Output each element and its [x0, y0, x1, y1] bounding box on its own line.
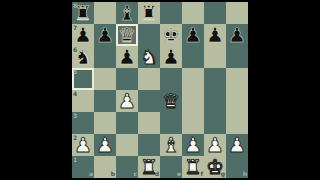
square-a6[interactable]: ♞6 — [72, 46, 94, 68]
square-g4[interactable] — [204, 90, 226, 112]
square-f3[interactable] — [182, 112, 204, 134]
square-f6[interactable] — [182, 46, 204, 68]
chess-board: ♜8♝♜♟7♟♛♚♟♟♟♞6♟♞♟54♟♛3♟2♟♝♟♟♟1abc♜de♜f♚g… — [72, 2, 248, 178]
square-a2[interactable]: ♟2 — [72, 134, 94, 156]
square-c5[interactable] — [116, 68, 138, 90]
piece-black-bishop[interactable]: ♝ — [118, 2, 136, 24]
square-a7[interactable]: ♟7 — [72, 24, 94, 46]
square-c3[interactable] — [116, 112, 138, 134]
square-e3[interactable] — [160, 112, 182, 134]
square-b5[interactable] — [94, 68, 116, 90]
square-b1[interactable]: b — [94, 156, 116, 178]
file-label-e: e — [177, 171, 181, 177]
square-h5[interactable] — [226, 68, 248, 90]
piece-black-pawn[interactable]: ♟ — [184, 24, 202, 46]
file-label-h: h — [243, 171, 247, 177]
piece-black-pawn[interactable]: ♟ — [96, 24, 114, 46]
square-h4[interactable] — [226, 90, 248, 112]
square-a5[interactable]: 5 — [72, 68, 94, 90]
piece-white-rook[interactable]: ♜ — [184, 156, 202, 178]
piece-black-rook[interactable]: ♜ — [140, 2, 158, 24]
file-label-c: c — [133, 171, 137, 177]
square-d4[interactable] — [138, 90, 160, 112]
piece-white-pawn[interactable]: ♟ — [118, 90, 136, 112]
piece-white-knight[interactable]: ♞ — [140, 46, 158, 68]
square-d8[interactable]: ♜ — [138, 2, 160, 24]
square-g7[interactable]: ♟ — [204, 24, 226, 46]
square-h1[interactable]: h — [226, 156, 248, 178]
piece-black-pawn[interactable]: ♟ — [206, 24, 224, 46]
square-f4[interactable] — [182, 90, 204, 112]
square-g2[interactable]: ♟ — [204, 134, 226, 156]
square-g3[interactable] — [204, 112, 226, 134]
square-f8[interactable] — [182, 2, 204, 24]
square-f5[interactable] — [182, 68, 204, 90]
square-h6[interactable] — [226, 46, 248, 68]
piece-black-queen[interactable]: ♛ — [118, 24, 136, 46]
square-c1[interactable]: c — [116, 156, 138, 178]
square-b6[interactable] — [94, 46, 116, 68]
square-f7[interactable]: ♟ — [182, 24, 204, 46]
piece-white-king[interactable]: ♚ — [206, 156, 224, 178]
rank-label-5: 5 — [73, 69, 77, 75]
square-h8[interactable] — [226, 2, 248, 24]
piece-black-pawn[interactable]: ♟ — [162, 46, 180, 68]
piece-white-queen[interactable]: ♛ — [162, 90, 180, 112]
square-c7[interactable]: ♛ — [116, 24, 138, 46]
square-h7[interactable]: ♟ — [226, 24, 248, 46]
square-e2[interactable]: ♝ — [160, 134, 182, 156]
square-a4[interactable]: 4 — [72, 90, 94, 112]
piece-white-rook[interactable]: ♜ — [140, 156, 158, 178]
square-d2[interactable] — [138, 134, 160, 156]
piece-black-king[interactable]: ♚ — [162, 24, 180, 46]
square-d5[interactable] — [138, 68, 160, 90]
square-e5[interactable] — [160, 68, 182, 90]
square-d3[interactable] — [138, 112, 160, 134]
square-e7[interactable]: ♚ — [160, 24, 182, 46]
square-e4[interactable]: ♛ — [160, 90, 182, 112]
piece-black-pawn[interactable]: ♟ — [228, 24, 246, 46]
square-e1[interactable]: e — [160, 156, 182, 178]
piece-white-bishop[interactable]: ♝ — [162, 134, 180, 156]
square-c8[interactable]: ♝ — [116, 2, 138, 24]
square-h3[interactable] — [226, 112, 248, 134]
square-b7[interactable]: ♟ — [94, 24, 116, 46]
square-b2[interactable]: ♟ — [94, 134, 116, 156]
piece-black-pawn[interactable]: ♟ — [74, 24, 92, 46]
square-a1[interactable]: 1a — [72, 156, 94, 178]
rank-label-1: 1 — [73, 157, 77, 163]
square-g1[interactable]: ♚g — [204, 156, 226, 178]
square-a8[interactable]: ♜8 — [72, 2, 94, 24]
file-label-a: a — [89, 171, 93, 177]
piece-white-pawn[interactable]: ♟ — [96, 134, 114, 156]
piece-white-pawn[interactable]: ♟ — [228, 134, 246, 156]
square-h2[interactable]: ♟ — [226, 134, 248, 156]
square-e6[interactable]: ♟ — [160, 46, 182, 68]
square-b3[interactable] — [94, 112, 116, 134]
square-d6[interactable]: ♞ — [138, 46, 160, 68]
square-g6[interactable] — [204, 46, 226, 68]
square-c4[interactable]: ♟ — [116, 90, 138, 112]
square-b4[interactable] — [94, 90, 116, 112]
square-f2[interactable]: ♟ — [182, 134, 204, 156]
video-frame: ♜8♝♜♟7♟♛♚♟♟♟♞6♟♞♟54♟♛3♟2♟♝♟♟♟1abc♜de♜f♚g… — [0, 0, 320, 180]
square-a3[interactable]: 3 — [72, 112, 94, 134]
rank-label-4: 4 — [73, 91, 77, 97]
square-d7[interactable] — [138, 24, 160, 46]
rank-label-3: 3 — [73, 113, 77, 119]
piece-black-rook[interactable]: ♜ — [74, 2, 92, 24]
piece-white-pawn[interactable]: ♟ — [184, 134, 202, 156]
square-c6[interactable]: ♟ — [116, 46, 138, 68]
piece-white-pawn[interactable]: ♟ — [74, 134, 92, 156]
square-c2[interactable] — [116, 134, 138, 156]
square-g8[interactable] — [204, 2, 226, 24]
piece-black-pawn[interactable]: ♟ — [118, 46, 136, 68]
piece-black-knight[interactable]: ♞ — [74, 46, 92, 68]
square-d1[interactable]: ♜d — [138, 156, 160, 178]
square-e8[interactable] — [160, 2, 182, 24]
square-b8[interactable] — [94, 2, 116, 24]
file-label-b: b — [111, 171, 115, 177]
piece-white-pawn[interactable]: ♟ — [206, 134, 224, 156]
square-g5[interactable] — [204, 68, 226, 90]
square-f1[interactable]: ♜f — [182, 156, 204, 178]
